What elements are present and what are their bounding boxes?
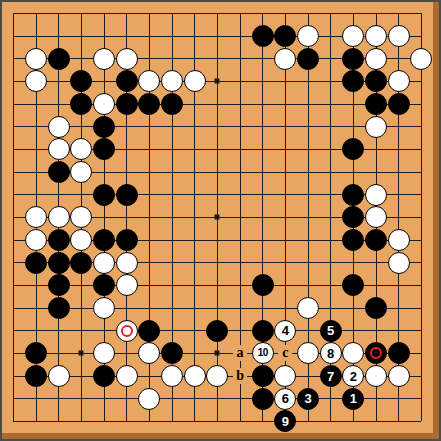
- intersection-r15-c18[interactable]: [387, 319, 410, 342]
- intersection-r12-c16[interactable]: [342, 251, 365, 274]
- intersection-r10-c16[interactable]: [342, 206, 365, 229]
- intersection-r6-c8[interactable]: [161, 115, 184, 138]
- intersection-r18-c7[interactable]: [138, 387, 161, 410]
- intersection-r17-c1[interactable]: [2, 365, 25, 388]
- intersection-r10-c17[interactable]: [365, 206, 388, 229]
- intersection-r18-c18[interactable]: [387, 387, 410, 410]
- intersection-r5-c10[interactable]: [206, 93, 229, 116]
- intersection-r19-c4[interactable]: [70, 410, 93, 433]
- intersection-r14-c17[interactable]: [365, 297, 388, 320]
- intersection-r15-c15[interactable]: 5: [319, 319, 342, 342]
- intersection-r19-c15[interactable]: [319, 410, 342, 433]
- intersection-r7-c19[interactable]: [410, 138, 433, 161]
- intersection-r10-c5[interactable]: [93, 206, 116, 229]
- intersection-r2-c8[interactable]: [161, 25, 184, 48]
- intersection-r18-c4[interactable]: [70, 387, 93, 410]
- intersection-r7-c9[interactable]: [183, 138, 206, 161]
- intersection-r5-c17[interactable]: [365, 93, 388, 116]
- intersection-r1-c10[interactable]: [206, 2, 229, 25]
- intersection-r16-c13[interactable]: c: [274, 342, 297, 365]
- intersection-r12-c12[interactable]: [251, 251, 274, 274]
- intersection-r3-c3[interactable]: [47, 47, 70, 70]
- intersection-r8-c10[interactable]: [206, 161, 229, 184]
- intersection-r9-c19[interactable]: [410, 183, 433, 206]
- intersection-r6-c15[interactable]: [319, 115, 342, 138]
- intersection-r18-c3[interactable]: [47, 387, 70, 410]
- intersection-r1-c9[interactable]: [183, 2, 206, 25]
- intersection-r9-c18[interactable]: [387, 183, 410, 206]
- intersection-r13-c4[interactable]: [70, 274, 93, 297]
- intersection-r19-c12[interactable]: [251, 410, 274, 433]
- intersection-r19-c19[interactable]: [410, 410, 433, 433]
- intersection-r14-c7[interactable]: [138, 297, 161, 320]
- intersection-r6-c4[interactable]: [70, 115, 93, 138]
- intersection-r13-c14[interactable]: [297, 274, 320, 297]
- intersection-r2-c3[interactable]: [47, 25, 70, 48]
- intersection-r16-c8[interactable]: [161, 342, 184, 365]
- intersection-r4-c12[interactable]: [251, 70, 274, 93]
- intersection-r6-c5[interactable]: [93, 115, 116, 138]
- intersection-r14-c19[interactable]: [410, 297, 433, 320]
- intersection-r17-c19[interactable]: [410, 365, 433, 388]
- intersection-r15-c2[interactable]: [25, 319, 48, 342]
- intersection-r12-c18[interactable]: [387, 251, 410, 274]
- intersection-r7-c4[interactable]: [70, 138, 93, 161]
- intersection-r7-c6[interactable]: [115, 138, 138, 161]
- intersection-r17-c7[interactable]: [138, 365, 161, 388]
- intersection-r12-c10[interactable]: [206, 251, 229, 274]
- intersection-r17-c4[interactable]: [70, 365, 93, 388]
- intersection-r16-c2[interactable]: [25, 342, 48, 365]
- intersection-r4-c13[interactable]: [274, 70, 297, 93]
- intersection-r8-c6[interactable]: [115, 161, 138, 184]
- intersection-r19-c1[interactable]: [2, 410, 25, 433]
- intersection-r4-c4[interactable]: [70, 70, 93, 93]
- intersection-r12-c14[interactable]: [297, 251, 320, 274]
- intersection-r11-c10[interactable]: [206, 229, 229, 252]
- intersection-r9-c6[interactable]: [115, 183, 138, 206]
- intersection-r19-c18[interactable]: [387, 410, 410, 433]
- intersection-r17-c8[interactable]: [161, 365, 184, 388]
- intersection-r15-c5[interactable]: [93, 319, 116, 342]
- intersection-r11-c12[interactable]: [251, 229, 274, 252]
- intersection-r13-c11[interactable]: [229, 274, 252, 297]
- intersection-r10-c2[interactable]: [25, 206, 48, 229]
- intersection-r14-c14[interactable]: [297, 297, 320, 320]
- intersection-r19-c11[interactable]: [229, 410, 252, 433]
- intersection-r6-c17[interactable]: [365, 115, 388, 138]
- intersection-r7-c15[interactable]: [319, 138, 342, 161]
- intersection-r16-c18[interactable]: [387, 342, 410, 365]
- intersection-r4-c10[interactable]: [206, 70, 229, 93]
- intersection-r18-c9[interactable]: [183, 387, 206, 410]
- intersection-r16-c14[interactable]: [297, 342, 320, 365]
- intersection-r4-c8[interactable]: [161, 70, 184, 93]
- intersection-r16-c17[interactable]: [365, 342, 388, 365]
- intersection-r19-c8[interactable]: [161, 410, 184, 433]
- intersection-r3-c18[interactable]: [387, 47, 410, 70]
- intersection-r10-c15[interactable]: [319, 206, 342, 229]
- intersection-r13-c8[interactable]: [161, 274, 184, 297]
- intersection-r18-c15[interactable]: [319, 387, 342, 410]
- intersection-r17-c6[interactable]: [115, 365, 138, 388]
- intersection-r7-c14[interactable]: [297, 138, 320, 161]
- intersection-r5-c16[interactable]: [342, 93, 365, 116]
- intersection-r6-c2[interactable]: [25, 115, 48, 138]
- intersection-r2-c10[interactable]: [206, 25, 229, 48]
- intersection-r15-c13[interactable]: 4: [274, 319, 297, 342]
- intersection-r14-c12[interactable]: [251, 297, 274, 320]
- intersection-r12-c19[interactable]: [410, 251, 433, 274]
- intersection-r7-c11[interactable]: [229, 138, 252, 161]
- intersection-r15-c8[interactable]: [161, 319, 184, 342]
- intersection-r4-c3[interactable]: [47, 70, 70, 93]
- intersection-r17-c11[interactable]: b: [229, 365, 252, 388]
- intersection-r19-c2[interactable]: [25, 410, 48, 433]
- intersection-r8-c9[interactable]: [183, 161, 206, 184]
- intersection-r1-c6[interactable]: [115, 2, 138, 25]
- intersection-r7-c3[interactable]: [47, 138, 70, 161]
- intersection-r14-c5[interactable]: [93, 297, 116, 320]
- intersection-r10-c14[interactable]: [297, 206, 320, 229]
- intersection-r15-c4[interactable]: [70, 319, 93, 342]
- intersection-r15-c12[interactable]: [251, 319, 274, 342]
- intersection-r8-c16[interactable]: [342, 161, 365, 184]
- intersection-r3-c13[interactable]: [274, 47, 297, 70]
- intersection-r8-c7[interactable]: [138, 161, 161, 184]
- intersection-r8-c5[interactable]: [93, 161, 116, 184]
- intersection-r17-c13[interactable]: [274, 365, 297, 388]
- intersection-r12-c7[interactable]: [138, 251, 161, 274]
- intersection-r6-c19[interactable]: [410, 115, 433, 138]
- intersection-r17-c9[interactable]: [183, 365, 206, 388]
- intersection-r7-c8[interactable]: [161, 138, 184, 161]
- intersection-r15-c3[interactable]: [47, 319, 70, 342]
- intersection-r17-c18[interactable]: [387, 365, 410, 388]
- intersection-r3-c12[interactable]: [251, 47, 274, 70]
- intersection-r3-c14[interactable]: [297, 47, 320, 70]
- intersection-r3-c4[interactable]: [70, 47, 93, 70]
- intersection-r5-c15[interactable]: [319, 93, 342, 116]
- intersection-r5-c3[interactable]: [47, 93, 70, 116]
- intersection-r12-c9[interactable]: [183, 251, 206, 274]
- intersection-r1-c17[interactable]: [365, 2, 388, 25]
- intersection-r18-c2[interactable]: [25, 387, 48, 410]
- intersection-r9-c10[interactable]: [206, 183, 229, 206]
- intersection-r8-c3[interactable]: [47, 161, 70, 184]
- intersection-r8-c15[interactable]: [319, 161, 342, 184]
- intersection-r5-c6[interactable]: [115, 93, 138, 116]
- intersection-r16-c15[interactable]: 8: [319, 342, 342, 365]
- intersection-r7-c2[interactable]: [25, 138, 48, 161]
- intersection-r11-c7[interactable]: [138, 229, 161, 252]
- intersection-r3-c2[interactable]: [25, 47, 48, 70]
- intersection-r9-c14[interactable]: [297, 183, 320, 206]
- intersection-r14-c8[interactable]: [161, 297, 184, 320]
- intersection-r12-c2[interactable]: [25, 251, 48, 274]
- intersection-r5-c1[interactable]: [2, 93, 25, 116]
- intersection-r3-c17[interactable]: [365, 47, 388, 70]
- intersection-r4-c17[interactable]: [365, 70, 388, 93]
- intersection-r12-c13[interactable]: [274, 251, 297, 274]
- intersection-r9-c16[interactable]: [342, 183, 365, 206]
- intersection-r4-c15[interactable]: [319, 70, 342, 93]
- intersection-r5-c11[interactable]: [229, 93, 252, 116]
- intersection-r2-c6[interactable]: [115, 25, 138, 48]
- intersection-r13-c1[interactable]: [2, 274, 25, 297]
- intersection-r5-c5[interactable]: [93, 93, 116, 116]
- intersection-r1-c2[interactable]: [25, 2, 48, 25]
- intersection-r7-c18[interactable]: [387, 138, 410, 161]
- intersection-r3-c11[interactable]: [229, 47, 252, 70]
- intersection-r10-c1[interactable]: [2, 206, 25, 229]
- intersection-r19-c7[interactable]: [138, 410, 161, 433]
- intersection-r3-c7[interactable]: [138, 47, 161, 70]
- intersection-r6-c13[interactable]: [274, 115, 297, 138]
- intersection-r3-c15[interactable]: [319, 47, 342, 70]
- intersection-r6-c7[interactable]: [138, 115, 161, 138]
- intersection-r15-c10[interactable]: [206, 319, 229, 342]
- intersection-r4-c5[interactable]: [93, 70, 116, 93]
- intersection-r1-c3[interactable]: [47, 2, 70, 25]
- intersection-r2-c11[interactable]: [229, 25, 252, 48]
- intersection-r1-c15[interactable]: [319, 2, 342, 25]
- intersection-r11-c1[interactable]: [2, 229, 25, 252]
- intersection-r15-c17[interactable]: [365, 319, 388, 342]
- intersection-r10-c9[interactable]: [183, 206, 206, 229]
- intersection-r2-c1[interactable]: [2, 25, 25, 48]
- intersection-r14-c3[interactable]: [47, 297, 70, 320]
- intersection-r1-c16[interactable]: [342, 2, 365, 25]
- intersection-r9-c3[interactable]: [47, 183, 70, 206]
- intersection-r15-c9[interactable]: [183, 319, 206, 342]
- intersection-r13-c19[interactable]: [410, 274, 433, 297]
- intersection-r4-c9[interactable]: [183, 70, 206, 93]
- intersection-r9-c5[interactable]: [93, 183, 116, 206]
- intersection-r15-c6[interactable]: [115, 319, 138, 342]
- intersection-r13-c6[interactable]: [115, 274, 138, 297]
- intersection-r4-c1[interactable]: [2, 70, 25, 93]
- intersection-r11-c17[interactable]: [365, 229, 388, 252]
- intersection-r18-c13[interactable]: 6: [274, 387, 297, 410]
- intersection-r13-c17[interactable]: [365, 274, 388, 297]
- intersection-r5-c13[interactable]: [274, 93, 297, 116]
- intersection-r9-c2[interactable]: [25, 183, 48, 206]
- intersection-r18-c1[interactable]: [2, 387, 25, 410]
- intersection-r19-c10[interactable]: [206, 410, 229, 433]
- intersection-r14-c11[interactable]: [229, 297, 252, 320]
- intersection-r9-c7[interactable]: [138, 183, 161, 206]
- intersection-r14-c2[interactable]: [25, 297, 48, 320]
- intersection-r6-c1[interactable]: [2, 115, 25, 138]
- intersection-r7-c1[interactable]: [2, 138, 25, 161]
- intersection-r13-c18[interactable]: [387, 274, 410, 297]
- intersection-r1-c13[interactable]: [274, 2, 297, 25]
- intersection-r16-c16[interactable]: [342, 342, 365, 365]
- intersection-r3-c1[interactable]: [2, 47, 25, 70]
- intersection-r8-c2[interactable]: [25, 161, 48, 184]
- intersection-r6-c14[interactable]: [297, 115, 320, 138]
- intersection-r9-c9[interactable]: [183, 183, 206, 206]
- intersection-r17-c3[interactable]: [47, 365, 70, 388]
- intersection-r14-c13[interactable]: [274, 297, 297, 320]
- intersection-r12-c4[interactable]: [70, 251, 93, 274]
- intersection-r7-c10[interactable]: [206, 138, 229, 161]
- intersection-r3-c16[interactable]: [342, 47, 365, 70]
- intersection-r2-c5[interactable]: [93, 25, 116, 48]
- intersection-r5-c4[interactable]: [70, 93, 93, 116]
- intersection-r12-c8[interactable]: [161, 251, 184, 274]
- intersection-r8-c14[interactable]: [297, 161, 320, 184]
- intersection-r1-c18[interactable]: [387, 2, 410, 25]
- intersection-r11-c14[interactable]: [297, 229, 320, 252]
- intersection-r19-c6[interactable]: [115, 410, 138, 433]
- intersection-r9-c8[interactable]: [161, 183, 184, 206]
- intersection-r6-c6[interactable]: [115, 115, 138, 138]
- intersection-r7-c7[interactable]: [138, 138, 161, 161]
- intersection-r11-c2[interactable]: [25, 229, 48, 252]
- intersection-r11-c13[interactable]: [274, 229, 297, 252]
- intersection-r18-c8[interactable]: [161, 387, 184, 410]
- intersection-r13-c9[interactable]: [183, 274, 206, 297]
- intersection-r12-c1[interactable]: [2, 251, 25, 274]
- intersection-r15-c7[interactable]: [138, 319, 161, 342]
- intersection-r13-c10[interactable]: [206, 274, 229, 297]
- intersection-r3-c19[interactable]: [410, 47, 433, 70]
- intersection-r2-c12[interactable]: [251, 25, 274, 48]
- intersection-r3-c5[interactable]: [93, 47, 116, 70]
- intersection-r15-c16[interactable]: [342, 319, 365, 342]
- intersection-r14-c18[interactable]: [387, 297, 410, 320]
- intersection-r1-c8[interactable]: [161, 2, 184, 25]
- intersection-r4-c18[interactable]: [387, 70, 410, 93]
- intersection-r8-c11[interactable]: [229, 161, 252, 184]
- intersection-r18-c19[interactable]: [410, 387, 433, 410]
- intersection-r1-c1[interactable]: [2, 2, 25, 25]
- intersection-r7-c17[interactable]: [365, 138, 388, 161]
- intersection-r17-c14[interactable]: [297, 365, 320, 388]
- intersection-r19-c14[interactable]: [297, 410, 320, 433]
- intersection-r4-c2[interactable]: [25, 70, 48, 93]
- intersection-r13-c12[interactable]: [251, 274, 274, 297]
- intersection-r6-c18[interactable]: [387, 115, 410, 138]
- intersection-r4-c16[interactable]: [342, 70, 365, 93]
- intersection-r17-c16[interactable]: 2: [342, 365, 365, 388]
- intersection-r8-c12[interactable]: [251, 161, 274, 184]
- intersection-r13-c5[interactable]: [93, 274, 116, 297]
- intersection-r17-c10[interactable]: [206, 365, 229, 388]
- intersection-r11-c5[interactable]: [93, 229, 116, 252]
- intersection-r5-c12[interactable]: [251, 93, 274, 116]
- intersection-r19-c3[interactable]: [47, 410, 70, 433]
- intersection-r17-c15[interactable]: 7: [319, 365, 342, 388]
- intersection-r11-c6[interactable]: [115, 229, 138, 252]
- intersection-r2-c16[interactable]: [342, 25, 365, 48]
- intersection-r11-c18[interactable]: [387, 229, 410, 252]
- intersection-r5-c7[interactable]: [138, 93, 161, 116]
- intersection-r16-c5[interactable]: [93, 342, 116, 365]
- intersection-r8-c8[interactable]: [161, 161, 184, 184]
- intersection-r10-c10[interactable]: [206, 206, 229, 229]
- intersection-r5-c18[interactable]: [387, 93, 410, 116]
- intersection-r15-c19[interactable]: [410, 319, 433, 342]
- intersection-r3-c10[interactable]: [206, 47, 229, 70]
- intersection-r2-c2[interactable]: [25, 25, 48, 48]
- intersection-r18-c10[interactable]: [206, 387, 229, 410]
- intersection-r6-c3[interactable]: [47, 115, 70, 138]
- intersection-r18-c6[interactable]: [115, 387, 138, 410]
- intersection-r14-c10[interactable]: [206, 297, 229, 320]
- intersection-r1-c4[interactable]: [70, 2, 93, 25]
- intersection-r13-c13[interactable]: [274, 274, 297, 297]
- intersection-r18-c11[interactable]: [229, 387, 252, 410]
- intersection-r16-c6[interactable]: [115, 342, 138, 365]
- intersection-r3-c6[interactable]: [115, 47, 138, 70]
- intersection-r6-c12[interactable]: [251, 115, 274, 138]
- intersection-r4-c11[interactable]: [229, 70, 252, 93]
- intersection-r9-c13[interactable]: [274, 183, 297, 206]
- intersection-r17-c12[interactable]: [251, 365, 274, 388]
- intersection-r9-c11[interactable]: [229, 183, 252, 206]
- intersection-r8-c13[interactable]: [274, 161, 297, 184]
- intersection-r4-c7[interactable]: [138, 70, 161, 93]
- intersection-r18-c17[interactable]: [365, 387, 388, 410]
- intersection-r3-c8[interactable]: [161, 47, 184, 70]
- intersection-r13-c15[interactable]: [319, 274, 342, 297]
- intersection-r1-c19[interactable]: [410, 2, 433, 25]
- intersection-r19-c16[interactable]: [342, 410, 365, 433]
- intersection-r16-c1[interactable]: [2, 342, 25, 365]
- intersection-r15-c14[interactable]: [297, 319, 320, 342]
- intersection-r12-c17[interactable]: [365, 251, 388, 274]
- intersection-r16-c19[interactable]: [410, 342, 433, 365]
- intersection-r12-c3[interactable]: [47, 251, 70, 274]
- intersection-r11-c9[interactable]: [183, 229, 206, 252]
- intersection-r7-c5[interactable]: [93, 138, 116, 161]
- intersection-r12-c6[interactable]: [115, 251, 138, 274]
- intersection-r11-c19[interactable]: [410, 229, 433, 252]
- intersection-r11-c8[interactable]: [161, 229, 184, 252]
- intersection-r6-c16[interactable]: [342, 115, 365, 138]
- intersection-r4-c19[interactable]: [410, 70, 433, 93]
- intersection-r8-c1[interactable]: [2, 161, 25, 184]
- intersection-r18-c14[interactable]: 3: [297, 387, 320, 410]
- intersection-r19-c13[interactable]: 9: [274, 410, 297, 433]
- intersection-r12-c15[interactable]: [319, 251, 342, 274]
- intersection-r10-c4[interactable]: [70, 206, 93, 229]
- intersection-r14-c16[interactable]: [342, 297, 365, 320]
- intersection-r7-c12[interactable]: [251, 138, 274, 161]
- intersection-r2-c7[interactable]: [138, 25, 161, 48]
- intersection-r13-c16[interactable]: [342, 274, 365, 297]
- intersection-r5-c19[interactable]: [410, 93, 433, 116]
- intersection-r2-c14[interactable]: [297, 25, 320, 48]
- intersection-r10-c18[interactable]: [387, 206, 410, 229]
- intersection-r18-c12[interactable]: [251, 387, 274, 410]
- intersection-r5-c2[interactable]: [25, 93, 48, 116]
- intersection-r4-c6[interactable]: [115, 70, 138, 93]
- intersection-r2-c4[interactable]: [70, 25, 93, 48]
- intersection-r5-c14[interactable]: [297, 93, 320, 116]
- intersection-r16-c11[interactable]: a: [229, 342, 252, 365]
- intersection-r11-c11[interactable]: [229, 229, 252, 252]
- intersection-r17-c17[interactable]: [365, 365, 388, 388]
- intersection-r1-c7[interactable]: [138, 2, 161, 25]
- intersection-r16-c12[interactable]: 10: [251, 342, 274, 365]
- intersection-r9-c12[interactable]: [251, 183, 274, 206]
- intersection-r16-c9[interactable]: [183, 342, 206, 365]
- intersection-r8-c18[interactable]: [387, 161, 410, 184]
